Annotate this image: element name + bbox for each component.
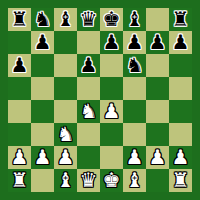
square-g3[interactable] — [146, 123, 169, 146]
square-b3[interactable] — [31, 123, 54, 146]
square-g4[interactable] — [146, 100, 169, 123]
square-e4[interactable]: ♟ — [100, 100, 123, 123]
piece-black-knight[interactable]: ♞ — [126, 54, 144, 77]
square-e7[interactable]: ♟ — [100, 31, 123, 54]
square-d1[interactable]: ♛ — [77, 169, 100, 192]
square-b5[interactable] — [31, 77, 54, 100]
square-c8[interactable]: ♝ — [54, 8, 77, 31]
square-f2[interactable]: ♟ — [123, 146, 146, 169]
square-h2[interactable]: ♟ — [169, 146, 192, 169]
square-g8[interactable] — [146, 8, 169, 31]
square-f7[interactable]: ♟ — [123, 31, 146, 54]
chess-board-frame: ♜♞♝♛♚♝♜♟♟♟♟♟♟♟♞♞♟♞♟♟♟♟♟♟♜♝♛♚♝♜ — [0, 0, 200, 200]
piece-white-rook[interactable]: ♜ — [172, 169, 190, 192]
square-g7[interactable]: ♟ — [146, 31, 169, 54]
piece-black-knight[interactable]: ♞ — [34, 8, 52, 31]
square-b6[interactable] — [31, 54, 54, 77]
square-d8[interactable]: ♛ — [77, 8, 100, 31]
square-f1[interactable]: ♝ — [123, 169, 146, 192]
square-d2[interactable] — [77, 146, 100, 169]
piece-black-rook[interactable]: ♜ — [11, 8, 29, 31]
square-e8[interactable]: ♚ — [100, 8, 123, 31]
piece-black-queen[interactable]: ♛ — [80, 8, 98, 31]
square-a1[interactable]: ♜ — [8, 169, 31, 192]
piece-black-king[interactable]: ♚ — [103, 8, 121, 31]
square-c4[interactable] — [54, 100, 77, 123]
square-d4[interactable]: ♞ — [77, 100, 100, 123]
square-a5[interactable] — [8, 77, 31, 100]
piece-black-bishop[interactable]: ♝ — [126, 8, 144, 31]
square-g2[interactable]: ♟ — [146, 146, 169, 169]
square-b1[interactable] — [31, 169, 54, 192]
piece-white-pawn[interactable]: ♟ — [172, 146, 190, 169]
square-h1[interactable]: ♜ — [169, 169, 192, 192]
square-f6[interactable]: ♞ — [123, 54, 146, 77]
piece-white-knight[interactable]: ♞ — [57, 123, 75, 146]
piece-white-pawn[interactable]: ♟ — [57, 146, 75, 169]
square-c6[interactable] — [54, 54, 77, 77]
square-e1[interactable]: ♚ — [100, 169, 123, 192]
square-f4[interactable] — [123, 100, 146, 123]
piece-black-pawn[interactable]: ♟ — [103, 31, 121, 54]
piece-white-rook[interactable]: ♜ — [11, 169, 29, 192]
square-h8[interactable]: ♜ — [169, 8, 192, 31]
square-g5[interactable] — [146, 77, 169, 100]
piece-white-bishop[interactable]: ♝ — [57, 169, 75, 192]
piece-black-pawn[interactable]: ♟ — [149, 31, 167, 54]
piece-white-queen[interactable]: ♛ — [80, 169, 98, 192]
piece-white-pawn[interactable]: ♟ — [149, 146, 167, 169]
piece-black-pawn[interactable]: ♟ — [11, 54, 29, 77]
square-f5[interactable] — [123, 77, 146, 100]
square-e6[interactable] — [100, 54, 123, 77]
square-c5[interactable] — [54, 77, 77, 100]
square-h3[interactable] — [169, 123, 192, 146]
chess-board: ♜♞♝♛♚♝♜♟♟♟♟♟♟♟♞♞♟♞♟♟♟♟♟♟♜♝♛♚♝♜ — [8, 8, 192, 192]
square-d5[interactable] — [77, 77, 100, 100]
square-a2[interactable]: ♟ — [8, 146, 31, 169]
square-g1[interactable] — [146, 169, 169, 192]
square-h6[interactable] — [169, 54, 192, 77]
square-f3[interactable] — [123, 123, 146, 146]
square-e2[interactable] — [100, 146, 123, 169]
square-e3[interactable] — [100, 123, 123, 146]
piece-white-king[interactable]: ♚ — [103, 169, 121, 192]
piece-black-pawn[interactable]: ♟ — [80, 54, 98, 77]
square-b8[interactable]: ♞ — [31, 8, 54, 31]
square-c2[interactable]: ♟ — [54, 146, 77, 169]
piece-white-pawn[interactable]: ♟ — [126, 146, 144, 169]
square-d3[interactable] — [77, 123, 100, 146]
square-b4[interactable] — [31, 100, 54, 123]
piece-white-pawn[interactable]: ♟ — [103, 100, 121, 123]
square-g6[interactable] — [146, 54, 169, 77]
square-b7[interactable]: ♟ — [31, 31, 54, 54]
square-d7[interactable] — [77, 31, 100, 54]
square-d6[interactable]: ♟ — [77, 54, 100, 77]
piece-black-pawn[interactable]: ♟ — [34, 31, 52, 54]
piece-black-pawn[interactable]: ♟ — [172, 31, 190, 54]
piece-black-pawn[interactable]: ♟ — [126, 31, 144, 54]
piece-black-bishop[interactable]: ♝ — [57, 8, 75, 31]
piece-white-pawn[interactable]: ♟ — [34, 146, 52, 169]
square-h7[interactable]: ♟ — [169, 31, 192, 54]
square-c3[interactable]: ♞ — [54, 123, 77, 146]
piece-black-rook[interactable]: ♜ — [172, 8, 190, 31]
square-a3[interactable] — [8, 123, 31, 146]
square-b2[interactable]: ♟ — [31, 146, 54, 169]
square-a8[interactable]: ♜ — [8, 8, 31, 31]
square-f8[interactable]: ♝ — [123, 8, 146, 31]
square-c7[interactable] — [54, 31, 77, 54]
square-a6[interactable]: ♟ — [8, 54, 31, 77]
square-h4[interactable] — [169, 100, 192, 123]
piece-white-knight[interactable]: ♞ — [80, 100, 98, 123]
square-h5[interactable] — [169, 77, 192, 100]
square-a7[interactable] — [8, 31, 31, 54]
square-a4[interactable] — [8, 100, 31, 123]
square-e5[interactable] — [100, 77, 123, 100]
piece-white-pawn[interactable]: ♟ — [11, 146, 29, 169]
piece-white-bishop[interactable]: ♝ — [126, 169, 144, 192]
square-c1[interactable]: ♝ — [54, 169, 77, 192]
